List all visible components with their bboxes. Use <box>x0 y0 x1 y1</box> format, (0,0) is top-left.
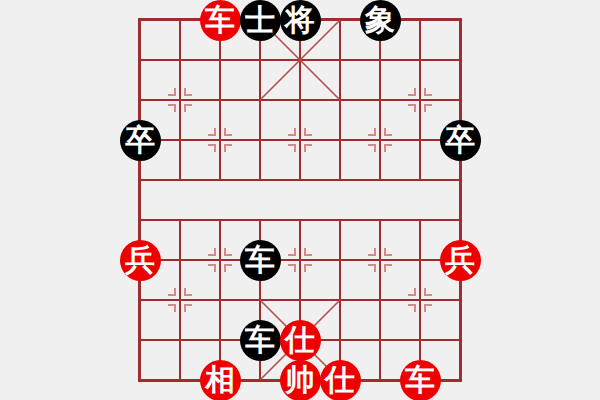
piece-red-elephant[interactable]: 相 <box>200 360 241 400</box>
point-marker <box>288 128 296 136</box>
point-marker <box>208 144 216 152</box>
piece-black-advisor[interactable]: 士 <box>240 0 281 41</box>
piece-red-chariot[interactable]: 车 <box>400 360 441 400</box>
point-marker <box>408 88 416 96</box>
point-marker <box>184 288 192 296</box>
piece-red-general[interactable]: 帅 <box>280 360 321 400</box>
point-marker <box>384 128 392 136</box>
point-marker <box>384 144 392 152</box>
point-marker <box>304 264 312 272</box>
point-marker <box>384 264 392 272</box>
piece-black-chariot[interactable]: 车 <box>240 240 281 281</box>
point-marker <box>288 248 296 256</box>
point-marker <box>168 304 176 312</box>
point-marker <box>408 104 416 112</box>
xiangqi-screenshot: 车士将象卒卒兵车兵车仕相帅仕车 <box>0 0 600 400</box>
point-marker <box>184 104 192 112</box>
point-marker <box>224 128 232 136</box>
piece-black-elephant[interactable]: 象 <box>360 0 401 41</box>
point-marker <box>408 304 416 312</box>
point-marker <box>424 288 432 296</box>
point-marker <box>304 144 312 152</box>
point-marker <box>368 144 376 152</box>
piece-red-advisor[interactable]: 仕 <box>280 320 321 361</box>
point-marker <box>184 304 192 312</box>
point-marker <box>184 88 192 96</box>
piece-black-soldier[interactable]: 卒 <box>440 120 481 161</box>
piece-red-advisor[interactable]: 仕 <box>320 360 361 400</box>
point-marker <box>288 264 296 272</box>
point-marker <box>208 248 216 256</box>
point-marker <box>368 128 376 136</box>
point-marker <box>304 248 312 256</box>
point-marker <box>208 128 216 136</box>
piece-black-soldier[interactable]: 卒 <box>120 120 161 161</box>
piece-red-soldier[interactable]: 兵 <box>440 240 481 281</box>
piece-red-soldier[interactable]: 兵 <box>120 240 161 281</box>
point-marker <box>368 264 376 272</box>
point-marker <box>168 288 176 296</box>
piece-black-general[interactable]: 将 <box>280 0 321 41</box>
point-marker <box>384 248 392 256</box>
point-marker <box>224 144 232 152</box>
piece-black-chariot[interactable]: 车 <box>240 320 281 361</box>
point-marker <box>288 144 296 152</box>
piece-red-chariot[interactable]: 车 <box>200 0 241 41</box>
point-marker <box>168 88 176 96</box>
point-marker <box>168 104 176 112</box>
xiangqi-board[interactable]: 车士将象卒卒兵车兵车仕相帅仕车 <box>0 0 600 400</box>
point-marker <box>208 264 216 272</box>
point-marker <box>424 104 432 112</box>
point-marker <box>304 128 312 136</box>
point-marker <box>224 264 232 272</box>
point-marker <box>224 248 232 256</box>
point-marker <box>424 304 432 312</box>
point-marker <box>368 248 376 256</box>
point-marker <box>408 288 416 296</box>
point-marker <box>424 88 432 96</box>
